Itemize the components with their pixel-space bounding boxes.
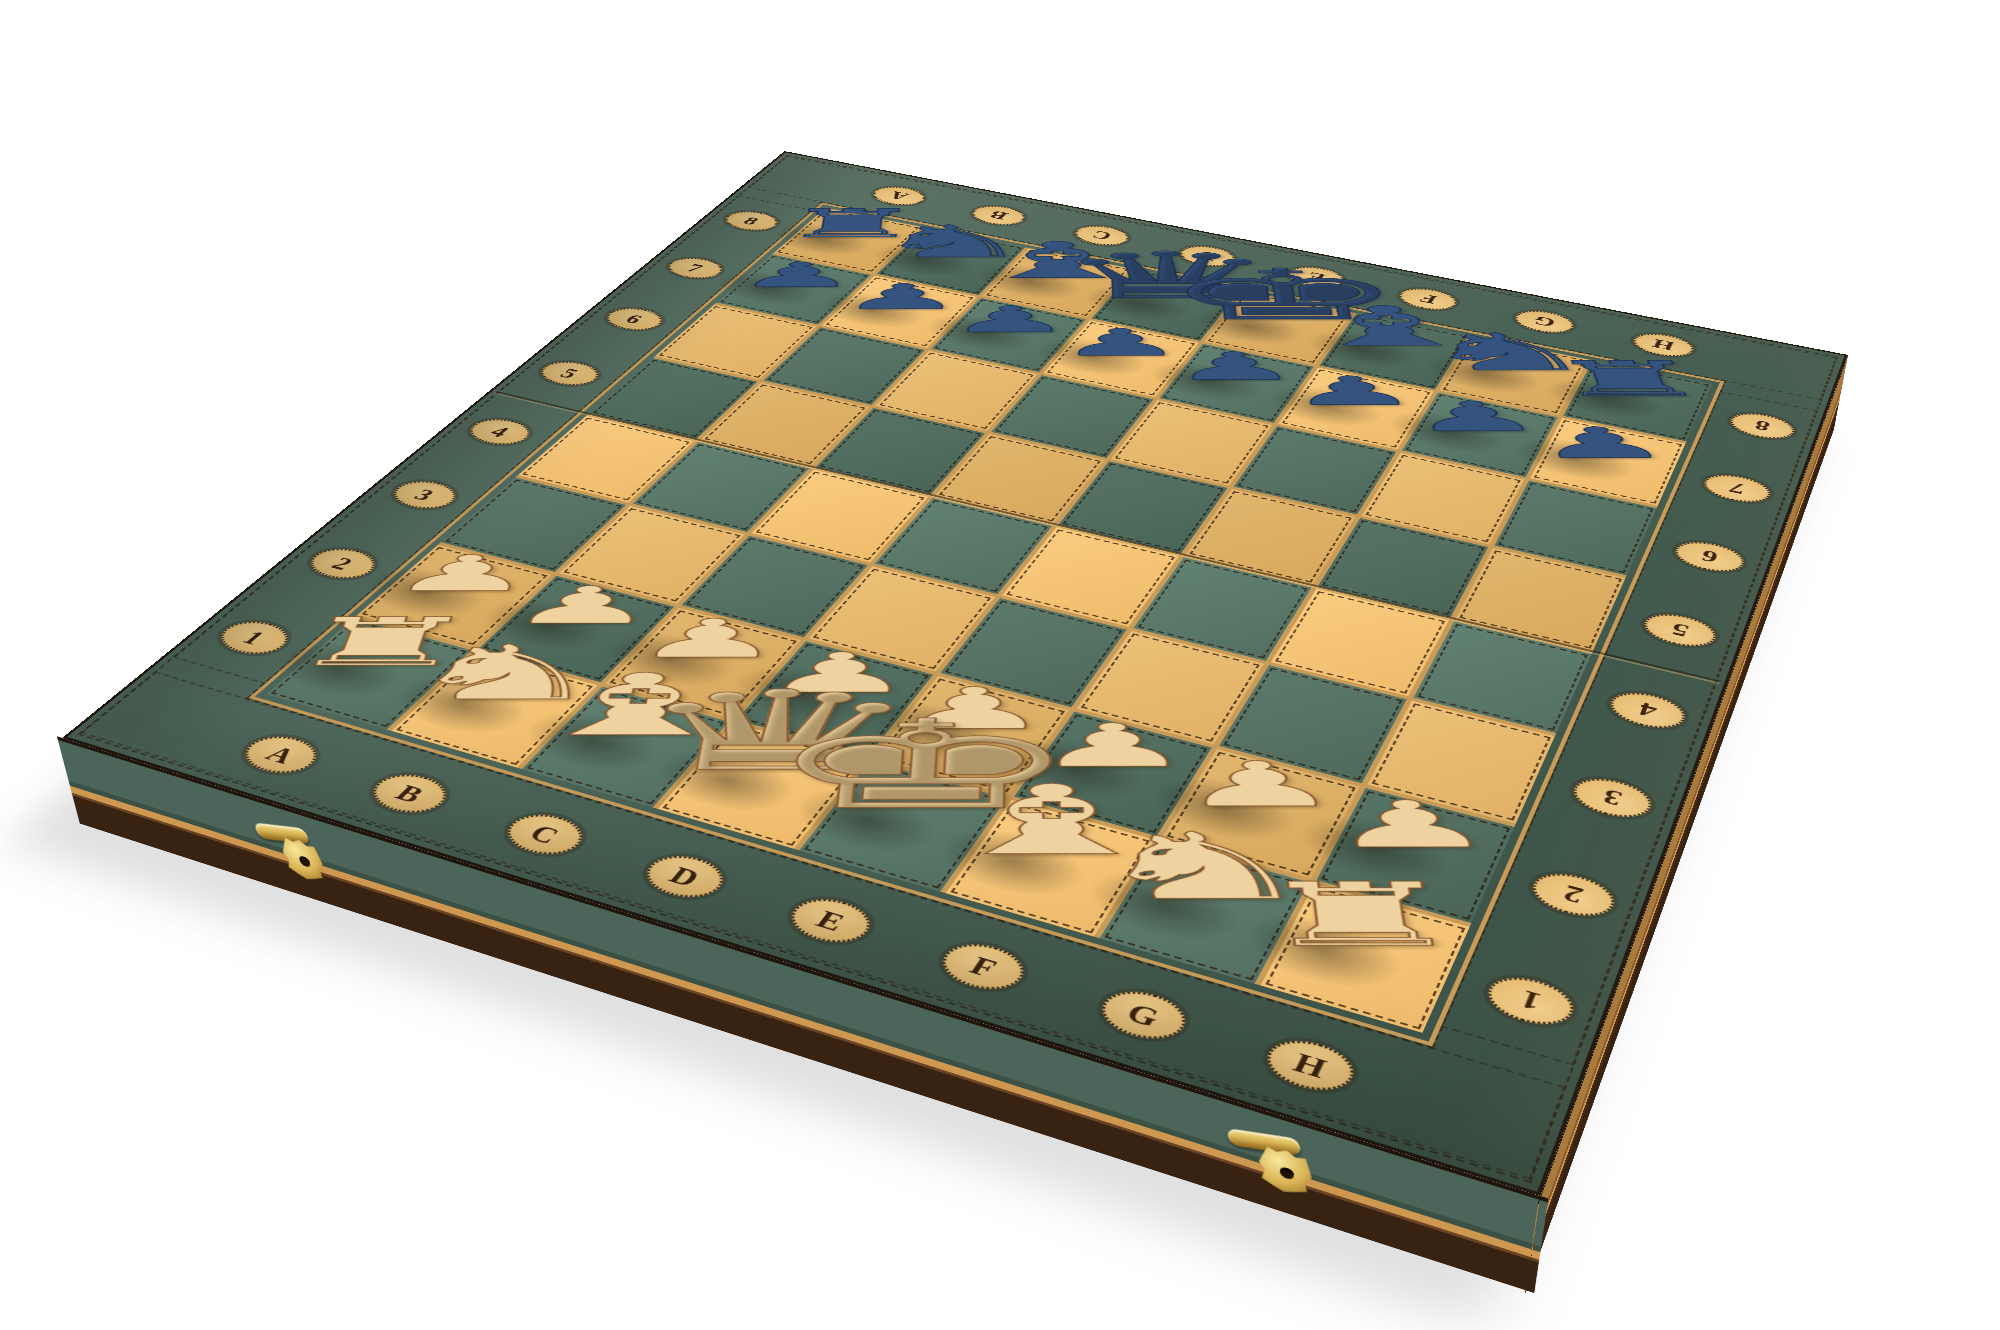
square-f2[interactable] (1014, 712, 1211, 836)
square-f4[interactable] (1134, 557, 1312, 661)
file-label-front-a: A (233, 730, 329, 779)
square-f1[interactable] (946, 800, 1155, 937)
rank-label-right-5: 5 (1639, 609, 1720, 652)
square-e2[interactable] (872, 676, 1069, 795)
square-g5[interactable] (1319, 518, 1489, 617)
clasp-arm-icon (253, 822, 311, 844)
rank-label-right-3: 3 (1567, 772, 1656, 824)
file-label-front-g: G (1092, 983, 1194, 1047)
file-label-front-c: C (496, 807, 594, 861)
chess-box-scene: ABCDEFGHABCDEFGH1234567812345678 ♜♞♝♛♚♝♞… (62, 151, 1848, 1196)
pawn-glyph: ♟ (1471, 422, 1733, 464)
file-label-front-d: D (635, 848, 734, 904)
square-c2[interactable] (605, 608, 801, 719)
file-label-front-f: F (933, 936, 1034, 997)
pieces-layer: ♜♞♝♛♚♝♞♜♟♟♟♟♟♟♟♟♟♟♟♟♟♟♟♟♜♞♝♛♚♝♞♜ (785, 151, 1848, 355)
square-h4[interactable] (1414, 621, 1592, 733)
rank-label-right-1: 1 (1481, 969, 1580, 1032)
square-d1[interactable] (657, 723, 865, 849)
square-g4[interactable] (1271, 589, 1449, 697)
square-c1[interactable] (522, 687, 729, 808)
rank-label-right-2: 2 (1526, 866, 1619, 923)
rank-label-right-8: 8 (1726, 409, 1797, 443)
rank-label-right-4: 4 (1605, 687, 1690, 734)
rank-label-left-3: 3 (383, 477, 465, 514)
square-g3[interactable] (1219, 665, 1406, 783)
square-h1[interactable] (1261, 884, 1470, 1033)
file-label-front-h: H (1259, 1032, 1362, 1099)
file-label-front-e: E (781, 891, 881, 949)
rank-label-right-6: 6 (1670, 537, 1747, 577)
square-b1[interactable] (391, 652, 597, 768)
square-g1[interactable] (1100, 841, 1309, 984)
rank-label-left-1: 1 (209, 616, 299, 660)
square-d3[interactable] (808, 566, 995, 671)
rank-label-left-6: 6 (598, 304, 670, 334)
rank-label-left-5: 5 (532, 357, 607, 389)
square-h2[interactable] (1317, 788, 1515, 923)
rank-label-left-4: 4 (460, 415, 538, 449)
rank-label-right-7: 7 (1699, 470, 1773, 507)
clasp-arm-icon (1226, 1128, 1302, 1156)
square-f3[interactable] (1077, 631, 1264, 745)
square-g2[interactable] (1162, 749, 1360, 878)
photo-stage: Overhead three-quarter photograph of a c… (0, 0, 2000, 1330)
square-h3[interactable] (1367, 701, 1555, 824)
brass-clasp-right (1220, 1113, 1340, 1212)
square-e3[interactable] (940, 598, 1127, 707)
square-h5[interactable] (1456, 548, 1626, 651)
square-e1[interactable] (799, 761, 1007, 892)
square-e4[interactable] (1002, 527, 1180, 627)
file-label-front-b: B (362, 768, 459, 819)
